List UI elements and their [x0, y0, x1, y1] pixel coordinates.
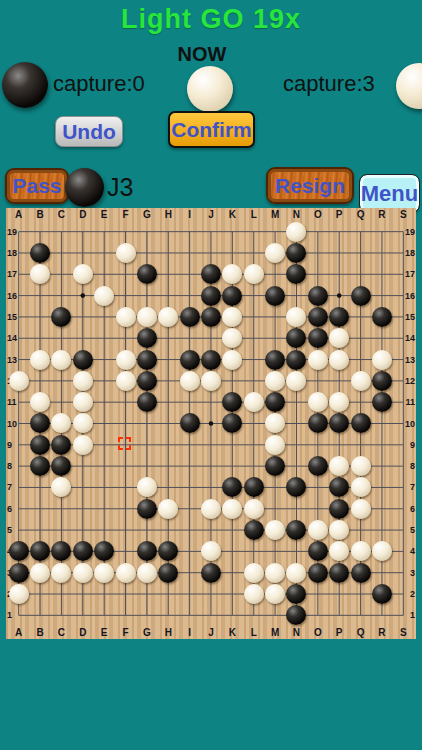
board-cell-D8[interactable] [72, 455, 93, 476]
board-cell-O16[interactable] [307, 285, 328, 306]
board-cell-R13[interactable] [371, 349, 392, 370]
board-cell-O10[interactable] [307, 413, 328, 434]
board-cell-B6[interactable] [29, 498, 50, 519]
board-cell-K16[interactable] [222, 285, 243, 306]
board-cell-A19[interactable] [8, 221, 29, 242]
board-cell-G8[interactable] [136, 455, 157, 476]
board-cell-S4[interactable] [393, 541, 414, 562]
board-cell-A3[interactable] [8, 562, 29, 583]
board-cell-A14[interactable] [8, 328, 29, 349]
board-cell-A18[interactable] [8, 242, 29, 263]
board-cell-P7[interactable] [329, 477, 350, 498]
board-cell-I2[interactable] [179, 583, 200, 604]
board-cell-Q9[interactable] [350, 434, 371, 455]
board-cell-R14[interactable] [371, 328, 392, 349]
board-cell-M11[interactable] [264, 392, 285, 413]
board-cell-M9[interactable] [264, 434, 285, 455]
board-cell-A16[interactable] [8, 285, 29, 306]
board-cell-Q1[interactable] [350, 605, 371, 626]
board-cell-G16[interactable] [136, 285, 157, 306]
board-cell-F7[interactable] [115, 477, 136, 498]
board-cell-O8[interactable] [307, 455, 328, 476]
board-cell-C9[interactable] [51, 434, 72, 455]
board-cell-F3[interactable] [115, 562, 136, 583]
board-cell-N9[interactable] [286, 434, 307, 455]
board-cell-G15[interactable] [136, 306, 157, 327]
board-cell-F6[interactable] [115, 498, 136, 519]
board-cell-L13[interactable] [243, 349, 264, 370]
board-cell-Q16[interactable] [350, 285, 371, 306]
board-cell-O13[interactable] [307, 349, 328, 370]
board-cell-R1[interactable] [371, 605, 392, 626]
board-cell-D2[interactable] [72, 583, 93, 604]
board-cell-S18[interactable] [393, 242, 414, 263]
board-cell-O3[interactable] [307, 562, 328, 583]
board-cell-S8[interactable] [393, 455, 414, 476]
board-cell-S6[interactable] [393, 498, 414, 519]
board-cell-Q11[interactable] [350, 392, 371, 413]
board-cell-N4[interactable] [286, 541, 307, 562]
board-cell-H14[interactable] [158, 328, 179, 349]
board-cell-O4[interactable] [307, 541, 328, 562]
board-cell-S2[interactable] [393, 583, 414, 604]
board-cell-A13[interactable] [8, 349, 29, 370]
board-cell-B10[interactable] [29, 413, 50, 434]
board-cell-I4[interactable] [179, 541, 200, 562]
board-cell-J3[interactable] [200, 562, 221, 583]
board-cell-N2[interactable] [286, 583, 307, 604]
board-cell-F13[interactable] [115, 349, 136, 370]
board-cell-L8[interactable] [243, 455, 264, 476]
board-cell-H6[interactable] [158, 498, 179, 519]
board-cell-M4[interactable] [264, 541, 285, 562]
board-cell-J13[interactable] [200, 349, 221, 370]
board-cell-R11[interactable] [371, 392, 392, 413]
board-cell-B19[interactable] [29, 221, 50, 242]
board-cell-K9[interactable] [222, 434, 243, 455]
board-cell-P17[interactable] [329, 264, 350, 285]
confirm-button[interactable]: Confirm [168, 111, 255, 148]
board-cell-O12[interactable] [307, 370, 328, 391]
board-cell-O5[interactable] [307, 519, 328, 540]
board-cell-I1[interactable] [179, 605, 200, 626]
board-cell-C19[interactable] [51, 221, 72, 242]
board-cell-M19[interactable] [264, 221, 285, 242]
board-cell-Q17[interactable] [350, 264, 371, 285]
board-cell-K18[interactable] [222, 242, 243, 263]
board-cell-Q3[interactable] [350, 562, 371, 583]
board-cell-I15[interactable] [179, 306, 200, 327]
board-cell-J16[interactable] [200, 285, 221, 306]
board-cell-K4[interactable] [222, 541, 243, 562]
board-cell-H17[interactable] [158, 264, 179, 285]
board-cell-F16[interactable] [115, 285, 136, 306]
board-cell-L18[interactable] [243, 242, 264, 263]
board-cell-R4[interactable] [371, 541, 392, 562]
board-cell-E10[interactable] [93, 413, 114, 434]
board-cell-H10[interactable] [158, 413, 179, 434]
board-cell-B15[interactable] [29, 306, 50, 327]
board-cell-G1[interactable] [136, 605, 157, 626]
board-cell-B12[interactable] [29, 370, 50, 391]
board-cell-B14[interactable] [29, 328, 50, 349]
board-cell-E7[interactable] [93, 477, 114, 498]
board-cell-J8[interactable] [200, 455, 221, 476]
board-cell-M3[interactable] [264, 562, 285, 583]
board-cell-R17[interactable] [371, 264, 392, 285]
board-cell-M10[interactable] [264, 413, 285, 434]
board-cell-E1[interactable] [93, 605, 114, 626]
board-cell-I14[interactable] [179, 328, 200, 349]
board-cell-L16[interactable] [243, 285, 264, 306]
board-cell-A15[interactable] [8, 306, 29, 327]
board-cell-E11[interactable] [93, 392, 114, 413]
board-cell-P14[interactable] [329, 328, 350, 349]
board-cell-Q4[interactable] [350, 541, 371, 562]
board-cell-R19[interactable] [371, 221, 392, 242]
board-cell-Q14[interactable] [350, 328, 371, 349]
board-cell-C15[interactable] [51, 306, 72, 327]
pass-button[interactable]: Pass [5, 168, 69, 204]
board-cell-H11[interactable] [158, 392, 179, 413]
board-cell-E5[interactable] [93, 519, 114, 540]
board-cell-D9[interactable] [72, 434, 93, 455]
board-cell-N16[interactable] [286, 285, 307, 306]
board-cell-O11[interactable] [307, 392, 328, 413]
board-cell-L19[interactable] [243, 221, 264, 242]
board-cell-L12[interactable] [243, 370, 264, 391]
board-cell-P5[interactable] [329, 519, 350, 540]
board-cell-S3[interactable] [393, 562, 414, 583]
board-cell-F10[interactable] [115, 413, 136, 434]
board-cell-H8[interactable] [158, 455, 179, 476]
board-cell-H5[interactable] [158, 519, 179, 540]
board-cell-N7[interactable] [286, 477, 307, 498]
board-cell-M13[interactable] [264, 349, 285, 370]
board-cell-M5[interactable] [264, 519, 285, 540]
board-cell-R7[interactable] [371, 477, 392, 498]
board-cell-S1[interactable] [393, 605, 414, 626]
board-cell-F9[interactable] [115, 434, 136, 455]
board-cell-I8[interactable] [179, 455, 200, 476]
board-cell-G5[interactable] [136, 519, 157, 540]
board-cell-B8[interactable] [29, 455, 50, 476]
board-cell-K13[interactable] [222, 349, 243, 370]
board-cell-S14[interactable] [393, 328, 414, 349]
board-cell-N1[interactable] [286, 605, 307, 626]
undo-button[interactable]: Undo [55, 116, 123, 147]
board-cell-A6[interactable] [8, 498, 29, 519]
board-cell-R2[interactable] [371, 583, 392, 604]
board-cell-K7[interactable] [222, 477, 243, 498]
board-cell-I11[interactable] [179, 392, 200, 413]
board-cell-G19[interactable] [136, 221, 157, 242]
board-cell-R9[interactable] [371, 434, 392, 455]
board-cell-M6[interactable] [264, 498, 285, 519]
board-cell-R18[interactable] [371, 242, 392, 263]
board-cell-K10[interactable] [222, 413, 243, 434]
board-cell-C17[interactable] [51, 264, 72, 285]
board-cell-C5[interactable] [51, 519, 72, 540]
board-cell-M15[interactable] [264, 306, 285, 327]
board-cell-A7[interactable] [8, 477, 29, 498]
board-cell-P2[interactable] [329, 583, 350, 604]
board-cell-B5[interactable] [29, 519, 50, 540]
board-cell-D18[interactable] [72, 242, 93, 263]
board-cell-H7[interactable] [158, 477, 179, 498]
board-cell-A5[interactable] [8, 519, 29, 540]
board-cell-J4[interactable] [200, 541, 221, 562]
board-cell-S15[interactable] [393, 306, 414, 327]
board-cell-S19[interactable] [393, 221, 414, 242]
board-cell-H4[interactable] [158, 541, 179, 562]
board-cell-Q6[interactable] [350, 498, 371, 519]
board-cell-F19[interactable] [115, 221, 136, 242]
board-cell-R15[interactable] [371, 306, 392, 327]
board-cell-F11[interactable] [115, 392, 136, 413]
board-cell-O19[interactable] [307, 221, 328, 242]
board-cell-M8[interactable] [264, 455, 285, 476]
board-cell-E12[interactable] [93, 370, 114, 391]
board-cell-N6[interactable] [286, 498, 307, 519]
board-cell-Q19[interactable] [350, 221, 371, 242]
board-cell-O15[interactable] [307, 306, 328, 327]
board-cell-D4[interactable] [72, 541, 93, 562]
board-cell-O17[interactable] [307, 264, 328, 285]
board-cell-J1[interactable] [200, 605, 221, 626]
board-cell-C1[interactable] [51, 605, 72, 626]
board-cell-G2[interactable] [136, 583, 157, 604]
board-cell-S9[interactable] [393, 434, 414, 455]
board-cell-S12[interactable] [393, 370, 414, 391]
board-cell-O18[interactable] [307, 242, 328, 263]
board-cell-K15[interactable] [222, 306, 243, 327]
board-cell-B13[interactable] [29, 349, 50, 370]
board-cell-H13[interactable] [158, 349, 179, 370]
board-cell-R12[interactable] [371, 370, 392, 391]
board-cell-C3[interactable] [51, 562, 72, 583]
board-cell-R10[interactable] [371, 413, 392, 434]
board-cell-N14[interactable] [286, 328, 307, 349]
board-cell-L5[interactable] [243, 519, 264, 540]
board-cell-Q5[interactable] [350, 519, 371, 540]
board-cell-N15[interactable] [286, 306, 307, 327]
board-cell-G6[interactable] [136, 498, 157, 519]
board-cell-M12[interactable] [264, 370, 285, 391]
board-cell-J14[interactable] [200, 328, 221, 349]
board-cell-M16[interactable] [264, 285, 285, 306]
board-cell-M1[interactable] [264, 605, 285, 626]
board-cell-H2[interactable] [158, 583, 179, 604]
board-cell-B18[interactable] [29, 242, 50, 263]
board-cell-K1[interactable] [222, 605, 243, 626]
board-cell-E16[interactable] [93, 285, 114, 306]
board-cell-L10[interactable] [243, 413, 264, 434]
board-cell-B9[interactable] [29, 434, 50, 455]
board-cell-P15[interactable] [329, 306, 350, 327]
board-cell-I5[interactable] [179, 519, 200, 540]
board-cell-G12[interactable] [136, 370, 157, 391]
board-cell-P10[interactable] [329, 413, 350, 434]
board-cell-S11[interactable] [393, 392, 414, 413]
board-cell-R8[interactable] [371, 455, 392, 476]
board-cell-H1[interactable] [158, 605, 179, 626]
board-cell-E9[interactable] [93, 434, 114, 455]
board-cell-D14[interactable] [72, 328, 93, 349]
board-cell-P12[interactable] [329, 370, 350, 391]
board-cell-F17[interactable] [115, 264, 136, 285]
board-cell-P8[interactable] [329, 455, 350, 476]
board-cell-O14[interactable] [307, 328, 328, 349]
board-cell-E4[interactable] [93, 541, 114, 562]
board-cell-E17[interactable] [93, 264, 114, 285]
board-cell-P11[interactable] [329, 392, 350, 413]
board-cell-J9[interactable] [200, 434, 221, 455]
board-cell-D16[interactable] [72, 285, 93, 306]
board-cell-K11[interactable] [222, 392, 243, 413]
board-cell-N11[interactable] [286, 392, 307, 413]
board-cell-H12[interactable] [158, 370, 179, 391]
board-cell-G7[interactable] [136, 477, 157, 498]
board-cell-I12[interactable] [179, 370, 200, 391]
board-cell-Q15[interactable] [350, 306, 371, 327]
board-cell-D6[interactable] [72, 498, 93, 519]
board-cell-F18[interactable] [115, 242, 136, 263]
board-cell-I16[interactable] [179, 285, 200, 306]
board-cell-N13[interactable] [286, 349, 307, 370]
board-cell-N3[interactable] [286, 562, 307, 583]
board-cell-R3[interactable] [371, 562, 392, 583]
board-cell-S5[interactable] [393, 519, 414, 540]
board-cell-O1[interactable] [307, 605, 328, 626]
board-cell-C12[interactable] [51, 370, 72, 391]
board-cell-D13[interactable] [72, 349, 93, 370]
board-cell-J18[interactable] [200, 242, 221, 263]
board-cell-F12[interactable] [115, 370, 136, 391]
board-cell-F5[interactable] [115, 519, 136, 540]
board-cell-F15[interactable] [115, 306, 136, 327]
board-cell-B1[interactable] [29, 605, 50, 626]
board-cell-J5[interactable] [200, 519, 221, 540]
board-cell-I18[interactable] [179, 242, 200, 263]
board-cell-H15[interactable] [158, 306, 179, 327]
board-cell-K14[interactable] [222, 328, 243, 349]
board-cell-L7[interactable] [243, 477, 264, 498]
board-cell-I17[interactable] [179, 264, 200, 285]
board-cell-P6[interactable] [329, 498, 350, 519]
board-cell-D19[interactable] [72, 221, 93, 242]
board-cell-Q10[interactable] [350, 413, 371, 434]
board-cell-C11[interactable] [51, 392, 72, 413]
board-cell-K6[interactable] [222, 498, 243, 519]
board-cell-A1[interactable] [8, 605, 29, 626]
board-cell-D3[interactable] [72, 562, 93, 583]
board-cell-B17[interactable] [29, 264, 50, 285]
board-cell-C14[interactable] [51, 328, 72, 349]
board-cell-I7[interactable] [179, 477, 200, 498]
board-cell-N18[interactable] [286, 242, 307, 263]
board-cell-I9[interactable] [179, 434, 200, 455]
board-cell-Q13[interactable] [350, 349, 371, 370]
board-cell-G18[interactable] [136, 242, 157, 263]
board-cell-A2[interactable] [8, 583, 29, 604]
board-cell-B7[interactable] [29, 477, 50, 498]
board-cell-N17[interactable] [286, 264, 307, 285]
board-cell-D5[interactable] [72, 519, 93, 540]
board-cell-O2[interactable] [307, 583, 328, 604]
board-cell-A8[interactable] [8, 455, 29, 476]
board-cell-C13[interactable] [51, 349, 72, 370]
board-cell-K2[interactable] [222, 583, 243, 604]
board-cell-C10[interactable] [51, 413, 72, 434]
board-cell-D1[interactable] [72, 605, 93, 626]
board-cell-F4[interactable] [115, 541, 136, 562]
board-cell-G4[interactable] [136, 541, 157, 562]
board-cell-C2[interactable] [51, 583, 72, 604]
board-cell-K5[interactable] [222, 519, 243, 540]
board-cell-P19[interactable] [329, 221, 350, 242]
board-cell-S13[interactable] [393, 349, 414, 370]
board-cell-L11[interactable] [243, 392, 264, 413]
board-cell-Q7[interactable] [350, 477, 371, 498]
board-cell-I10[interactable] [179, 413, 200, 434]
board-cell-M2[interactable] [264, 583, 285, 604]
board-cell-P1[interactable] [329, 605, 350, 626]
board-cell-K17[interactable] [222, 264, 243, 285]
board-cell-L6[interactable] [243, 498, 264, 519]
board-cell-N8[interactable] [286, 455, 307, 476]
board-cell-H19[interactable] [158, 221, 179, 242]
board-cell-S16[interactable] [393, 285, 414, 306]
board-cell-M18[interactable] [264, 242, 285, 263]
menu-button[interactable]: Menu [360, 175, 419, 212]
board-cell-J6[interactable] [200, 498, 221, 519]
board-cell-N12[interactable] [286, 370, 307, 391]
board-cell-A12[interactable] [8, 370, 29, 391]
board-cell-C4[interactable] [51, 541, 72, 562]
board-cell-C6[interactable] [51, 498, 72, 519]
board-cell-E13[interactable] [93, 349, 114, 370]
board-cell-L15[interactable] [243, 306, 264, 327]
board-cell-Q8[interactable] [350, 455, 371, 476]
board-cell-N5[interactable] [286, 519, 307, 540]
board-cell-K12[interactable] [222, 370, 243, 391]
board-cell-H18[interactable] [158, 242, 179, 263]
board-cell-H9[interactable] [158, 434, 179, 455]
board-cell-G13[interactable] [136, 349, 157, 370]
board-cell-N19[interactable] [286, 221, 307, 242]
board-cell-L2[interactable] [243, 583, 264, 604]
board-cell-O7[interactable] [307, 477, 328, 498]
board-cell-J2[interactable] [200, 583, 221, 604]
board-cell-N10[interactable] [286, 413, 307, 434]
board-cell-M17[interactable] [264, 264, 285, 285]
board-cell-C18[interactable] [51, 242, 72, 263]
board-cell-J12[interactable] [200, 370, 221, 391]
board-cell-F2[interactable] [115, 583, 136, 604]
board-cell-J15[interactable] [200, 306, 221, 327]
resign-button[interactable]: Resign [266, 167, 354, 204]
board-cell-R16[interactable] [371, 285, 392, 306]
board-cell-E14[interactable] [93, 328, 114, 349]
board-cell-P18[interactable] [329, 242, 350, 263]
board-cell-D7[interactable] [72, 477, 93, 498]
board-cell-A10[interactable] [8, 413, 29, 434]
board-cell-I19[interactable] [179, 221, 200, 242]
board-cell-R5[interactable] [371, 519, 392, 540]
board-cell-D17[interactable] [72, 264, 93, 285]
board-cell-G9[interactable] [136, 434, 157, 455]
